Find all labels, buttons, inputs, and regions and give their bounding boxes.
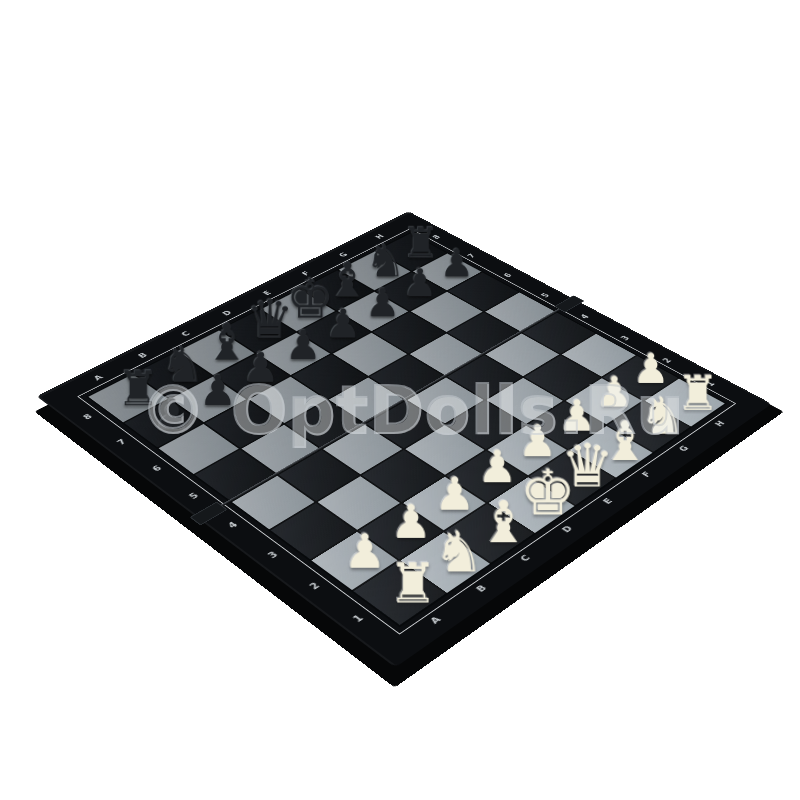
white-knight-b1[interactable]: ♞ — [434, 524, 485, 581]
black-pawn-g7[interactable]: ♟ — [403, 264, 438, 303]
black-pawn-d7[interactable]: ♟ — [285, 325, 321, 366]
board-grid: ♜♞♝♛♚♝♞♜♟♟♟♟♟♟♟♟♟♟♟♟♟♟♟♟♜♞♝♚♛♝♞♜ — [86, 232, 728, 627]
white-pawn-b2[interactable]: ♟ — [390, 499, 432, 546]
white-pawn-h2[interactable]: ♟ — [633, 349, 670, 390]
black-pawn-e7[interactable]: ♟ — [325, 304, 361, 344]
black-pawn-b7[interactable]: ♟ — [199, 370, 237, 412]
scene: ABCDEFGH ABCDEFGH 87654321 87654321 ♜♞♝♛… — [0, 0, 800, 800]
black-pawn-c7[interactable]: ♟ — [242, 347, 279, 388]
white-bishop-c1[interactable]: ♝ — [478, 493, 530, 551]
black-rook-h8[interactable]: ♜ — [402, 221, 440, 264]
white-pawn-c2[interactable]: ♟ — [435, 472, 476, 518]
black-pawn-h7[interactable]: ♟ — [439, 245, 473, 283]
black-pawn-f7[interactable]: ♟ — [365, 283, 400, 322]
white-rook-a1[interactable]: ♜ — [388, 555, 438, 611]
white-pawn-d2[interactable]: ♟ — [478, 445, 518, 490]
black-knight-g8[interactable]: ♞ — [365, 238, 406, 283]
photo-stage: © OptDolls.Ru ABCDEFGH ABCDEFGH 87654321… — [0, 0, 800, 800]
coord-label: E — [580, 483, 634, 519]
chess-board: ABCDEFGH ABCDEFGH 87654321 87654321 ♜♞♝♛… — [36, 211, 771, 667]
white-pawn-g2[interactable]: ♟ — [596, 371, 634, 413]
black-pawn-a7[interactable]: ♟ — [153, 393, 192, 436]
white-pawn-a2[interactable]: ♟ — [344, 528, 387, 576]
